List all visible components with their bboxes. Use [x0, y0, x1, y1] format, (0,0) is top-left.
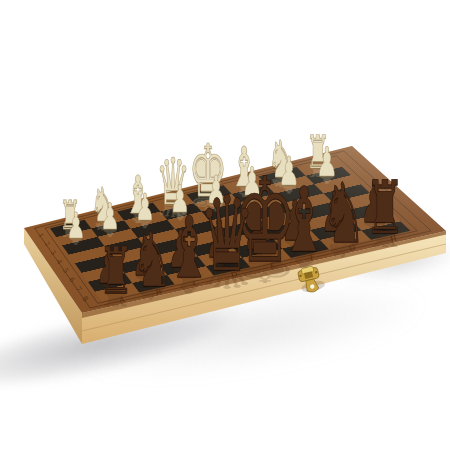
piece-black-knight: ♞ [322, 172, 367, 255]
piece-black-rook: ♜ [365, 170, 405, 244]
piece-white-pawn: ♟ [66, 207, 85, 243]
chess-set-photo: 12345678ABCDEFGH ♜♜♞♞♝♝♛♛♚♚♝♝♞♞♜♜♟♟♟♟♟♟♟… [0, 0, 450, 450]
chess-pieces-layer: ♜♜♞♞♝♝♛♛♚♚♝♝♞♞♜♜♟♟♟♟♟♟♟♟♟♟♟♟♟♟♟♟♟♟♟♟♟♟♟♟… [0, 0, 450, 450]
piece-black-bishop: ♝ [167, 206, 213, 291]
piece-white-pawn: ♟ [100, 199, 120, 236]
piece-black-knight: ♞ [132, 221, 173, 297]
piece-black-rook: ♜ [99, 239, 134, 304]
